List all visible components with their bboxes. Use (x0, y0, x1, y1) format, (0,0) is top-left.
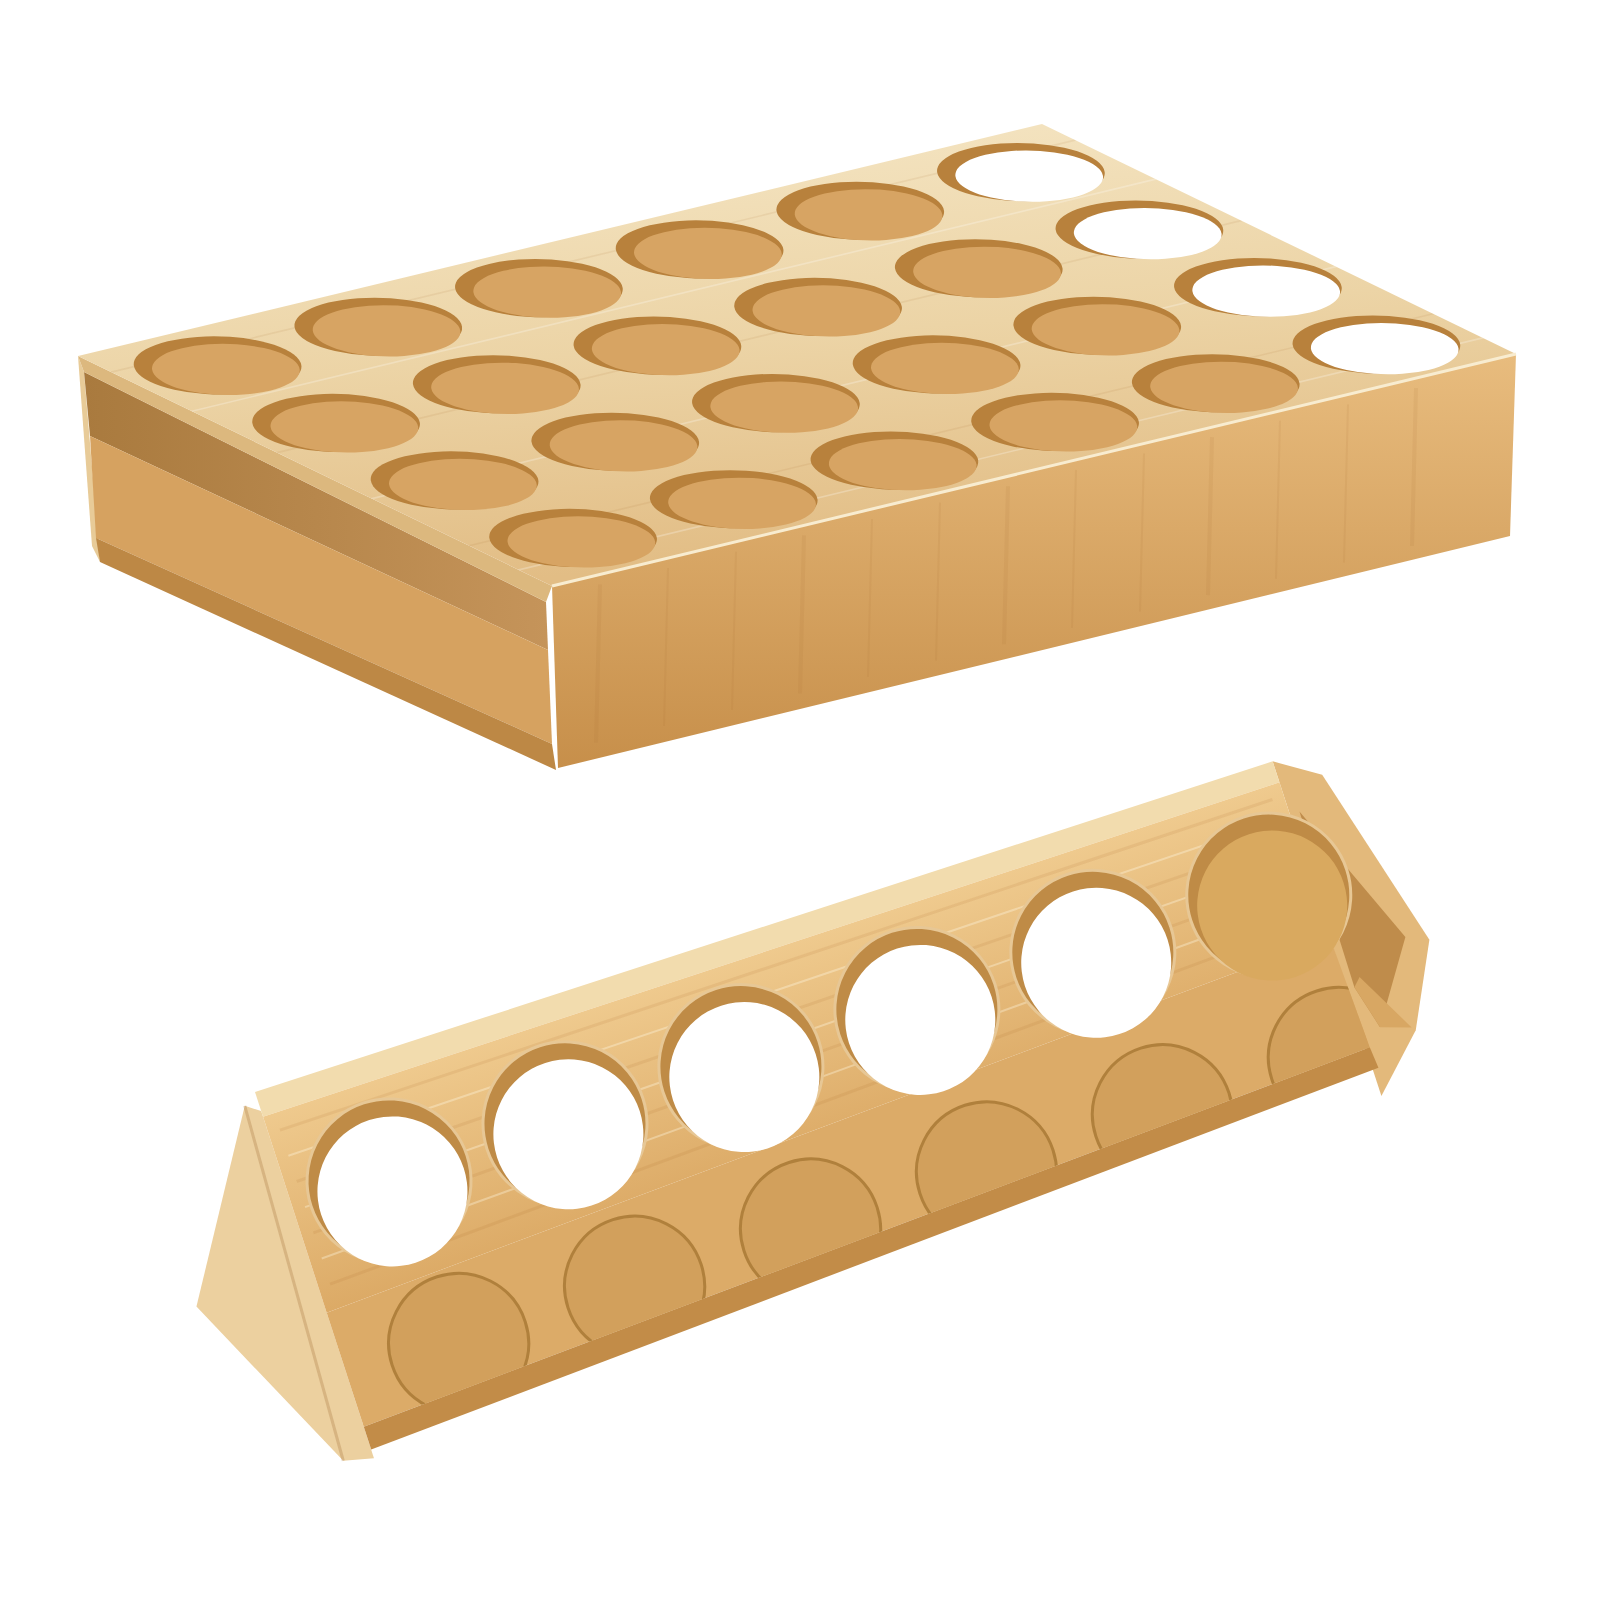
tray-6-slot (139, 732, 1481, 1496)
bamboo-trays-illustration (0, 0, 1601, 1601)
product-photo-canvas (0, 0, 1601, 1601)
tray-24-slot (78, 124, 1516, 770)
